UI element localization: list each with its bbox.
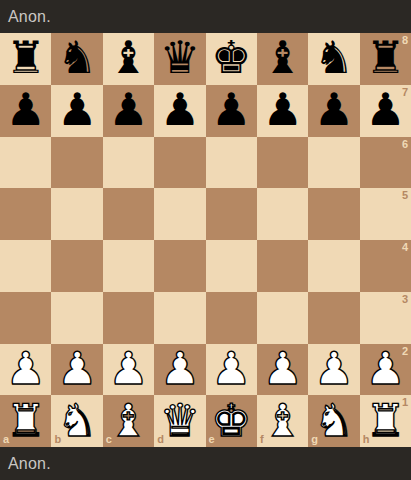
piece-white-pawn-c2[interactable]: ♟ xyxy=(108,344,148,394)
square-g5[interactable] xyxy=(308,188,359,240)
square-d3[interactable] xyxy=(154,292,205,344)
piece-white-pawn-d2[interactable]: ♟ xyxy=(160,344,200,394)
coord-file-d: d xyxy=(157,434,164,445)
square-a5[interactable] xyxy=(0,188,51,240)
square-e7[interactable]: ♟ xyxy=(206,85,257,137)
piece-black-queen-d8[interactable]: ♛ xyxy=(160,33,200,83)
coord-rank-1: 1 xyxy=(402,397,408,408)
piece-white-pawn-g2[interactable]: ♟ xyxy=(314,344,354,394)
square-c2[interactable]: ♟ xyxy=(103,344,154,396)
square-c5[interactable] xyxy=(103,188,154,240)
player-bar-top: Anon. xyxy=(0,0,411,33)
piece-black-bishop-f8[interactable]: ♝ xyxy=(262,33,302,83)
square-a6[interactable] xyxy=(0,137,51,189)
square-a2[interactable]: ♟ xyxy=(0,344,51,396)
piece-black-rook-h8[interactable]: ♜ xyxy=(365,33,405,83)
piece-white-pawn-a2[interactable]: ♟ xyxy=(6,344,46,394)
top-player-name: Anon. xyxy=(8,8,51,26)
square-h7[interactable]: ♟7 xyxy=(360,85,411,137)
square-g7[interactable]: ♟ xyxy=(308,85,359,137)
piece-white-knight-b1[interactable]: ♞ xyxy=(57,395,97,445)
square-d1[interactable]: ♛d xyxy=(154,395,205,447)
coord-rank-5: 5 xyxy=(402,190,408,201)
square-g2[interactable]: ♟ xyxy=(308,344,359,396)
piece-white-queen-d1[interactable]: ♛ xyxy=(160,395,200,445)
square-c8[interactable]: ♝ xyxy=(103,33,154,85)
player-bar-bottom: Anon. xyxy=(0,447,411,480)
square-c4[interactable] xyxy=(103,240,154,292)
square-h5[interactable]: 5 xyxy=(360,188,411,240)
square-d7[interactable]: ♟ xyxy=(154,85,205,137)
square-f3[interactable] xyxy=(257,292,308,344)
square-h3[interactable]: 3 xyxy=(360,292,411,344)
square-g6[interactable] xyxy=(308,137,359,189)
square-e5[interactable] xyxy=(206,188,257,240)
square-d2[interactable]: ♟ xyxy=(154,344,205,396)
square-f2[interactable]: ♟ xyxy=(257,344,308,396)
piece-black-king-e8[interactable]: ♚ xyxy=(211,33,251,83)
square-f6[interactable] xyxy=(257,137,308,189)
piece-white-rook-a1[interactable]: ♜ xyxy=(6,395,46,445)
coord-file-a: a xyxy=(3,434,9,445)
piece-white-knight-g1[interactable]: ♞ xyxy=(314,395,354,445)
square-d8[interactable]: ♛ xyxy=(154,33,205,85)
chess-board[interactable]: ♜♞♝♛♚♝♞♜8♟♟♟♟♟♟♟♟76543♟♟♟♟♟♟♟♟2♜a♞b♝c♛d♚… xyxy=(0,33,411,447)
square-c1[interactable]: ♝c xyxy=(103,395,154,447)
piece-white-bishop-c1[interactable]: ♝ xyxy=(108,395,148,445)
piece-black-pawn-g7[interactable]: ♟ xyxy=(314,85,354,135)
square-a8[interactable]: ♜ xyxy=(0,33,51,85)
square-f7[interactable]: ♟ xyxy=(257,85,308,137)
piece-black-pawn-d7[interactable]: ♟ xyxy=(160,85,200,135)
coord-file-h: h xyxy=(363,434,370,445)
piece-white-pawn-b2[interactable]: ♟ xyxy=(57,344,97,394)
square-d6[interactable] xyxy=(154,137,205,189)
piece-white-pawn-h2[interactable]: ♟ xyxy=(365,344,405,394)
coord-file-g: g xyxy=(311,434,318,445)
coord-rank-4: 4 xyxy=(402,242,408,253)
square-e6[interactable] xyxy=(206,137,257,189)
square-b8[interactable]: ♞ xyxy=(51,33,102,85)
piece-black-bishop-c8[interactable]: ♝ xyxy=(108,33,148,83)
square-e3[interactable] xyxy=(206,292,257,344)
square-f8[interactable]: ♝ xyxy=(257,33,308,85)
piece-white-pawn-e2[interactable]: ♟ xyxy=(211,344,251,394)
piece-black-pawn-f7[interactable]: ♟ xyxy=(262,85,302,135)
square-b1[interactable]: ♞b xyxy=(51,395,102,447)
square-g1[interactable]: ♞g xyxy=(308,395,359,447)
piece-white-rook-h1[interactable]: ♜ xyxy=(365,395,405,445)
square-f5[interactable] xyxy=(257,188,308,240)
square-g4[interactable] xyxy=(308,240,359,292)
square-a3[interactable] xyxy=(0,292,51,344)
square-h8[interactable]: ♜8 xyxy=(360,33,411,85)
bottom-player-name: Anon. xyxy=(8,455,51,473)
piece-white-king-e1[interactable]: ♚ xyxy=(211,395,251,445)
coord-file-c: c xyxy=(106,434,112,445)
piece-black-pawn-b7[interactable]: ♟ xyxy=(57,85,97,135)
square-b6[interactable] xyxy=(51,137,102,189)
square-e4[interactable] xyxy=(206,240,257,292)
piece-black-pawn-c7[interactable]: ♟ xyxy=(108,85,148,135)
piece-black-pawn-a7[interactable]: ♟ xyxy=(6,85,46,135)
square-g8[interactable]: ♞ xyxy=(308,33,359,85)
coord-rank-7: 7 xyxy=(402,87,408,98)
piece-black-knight-g8[interactable]: ♞ xyxy=(314,33,354,83)
square-h4[interactable]: 4 xyxy=(360,240,411,292)
square-b4[interactable] xyxy=(51,240,102,292)
square-c6[interactable] xyxy=(103,137,154,189)
coord-rank-6: 6 xyxy=(402,139,408,150)
square-a1[interactable]: ♜a xyxy=(0,395,51,447)
square-g3[interactable] xyxy=(308,292,359,344)
square-d5[interactable] xyxy=(154,188,205,240)
piece-black-pawn-h7[interactable]: ♟ xyxy=(365,85,405,135)
piece-white-pawn-f2[interactable]: ♟ xyxy=(262,344,302,394)
coord-rank-2: 2 xyxy=(402,346,408,357)
square-e8[interactable]: ♚ xyxy=(206,33,257,85)
square-f1[interactable]: ♝f xyxy=(257,395,308,447)
square-h6[interactable]: 6 xyxy=(360,137,411,189)
square-d4[interactable] xyxy=(154,240,205,292)
piece-black-rook-a8[interactable]: ♜ xyxy=(6,33,46,83)
square-b5[interactable] xyxy=(51,188,102,240)
coord-file-e: e xyxy=(209,434,215,445)
square-b7[interactable]: ♟ xyxy=(51,85,102,137)
square-e2[interactable]: ♟ xyxy=(206,344,257,396)
square-b2[interactable]: ♟ xyxy=(51,344,102,396)
square-h1[interactable]: ♜h1 xyxy=(360,395,411,447)
coord-rank-8: 8 xyxy=(402,35,408,46)
coord-file-f: f xyxy=(260,434,264,445)
square-h2[interactable]: ♟2 xyxy=(360,344,411,396)
piece-black-pawn-e7[interactable]: ♟ xyxy=(211,85,251,135)
coord-file-b: b xyxy=(54,434,61,445)
square-a7[interactable]: ♟ xyxy=(0,85,51,137)
piece-black-knight-b8[interactable]: ♞ xyxy=(57,33,97,83)
coord-rank-3: 3 xyxy=(402,294,408,305)
square-c3[interactable] xyxy=(103,292,154,344)
square-e1[interactable]: ♚e xyxy=(206,395,257,447)
square-c7[interactable]: ♟ xyxy=(103,85,154,137)
square-a4[interactable] xyxy=(0,240,51,292)
square-b3[interactable] xyxy=(51,292,102,344)
piece-white-bishop-f1[interactable]: ♝ xyxy=(262,395,302,445)
square-f4[interactable] xyxy=(257,240,308,292)
